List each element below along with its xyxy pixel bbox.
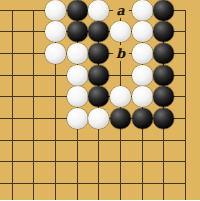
white-stone: ○ <box>67 108 88 129</box>
black-stone: ● <box>88 43 109 64</box>
go-board: ○●○a○●○●●○○●○○●b○●○●○●○●○○●○○●●● <box>0 0 200 200</box>
black-stone: ● <box>153 21 174 42</box>
black-stone: ● <box>132 108 153 129</box>
black-stone: ● <box>153 86 174 107</box>
black-stone: ● <box>88 86 109 107</box>
label-point-b[interactable]: b <box>113 45 129 61</box>
black-stone: ● <box>67 0 88 21</box>
black-stone: ● <box>153 0 174 21</box>
white-stone: ○ <box>67 86 88 107</box>
black-stone: ● <box>67 21 88 42</box>
black-stone: ● <box>153 65 174 86</box>
white-stone: ○ <box>45 0 66 21</box>
grid-line-vertical <box>33 10 34 201</box>
white-stone: ○ <box>88 108 109 129</box>
white-stone: ○ <box>88 0 109 21</box>
label-point-a[interactable]: a <box>113 2 129 18</box>
white-stone: ○ <box>132 43 153 64</box>
white-stone: ○ <box>110 21 131 42</box>
white-stone: ○ <box>132 21 153 42</box>
black-stone: ● <box>110 108 131 129</box>
black-stone: ● <box>88 65 109 86</box>
white-stone: ○ <box>132 65 153 86</box>
white-stone: ○ <box>67 65 88 86</box>
grid-line-vertical <box>185 10 186 201</box>
white-stone: ○ <box>45 43 66 64</box>
white-stone: ○ <box>110 86 131 107</box>
white-stone: ○ <box>67 43 88 64</box>
go-board-diagram: ○●○a○●○●●○○●○○●b○●○●○●○●○○●○○●●● <box>0 0 200 200</box>
black-stone: ● <box>153 108 174 129</box>
black-stone: ● <box>88 21 109 42</box>
grid-line-horizontal <box>0 161 186 162</box>
grid-line-horizontal <box>0 183 186 184</box>
white-stone: ○ <box>132 0 153 21</box>
black-stone: ● <box>153 43 174 64</box>
grid-line-horizontal <box>0 140 186 141</box>
grid-line-vertical <box>12 10 13 201</box>
white-stone: ○ <box>45 21 66 42</box>
white-stone: ○ <box>132 86 153 107</box>
